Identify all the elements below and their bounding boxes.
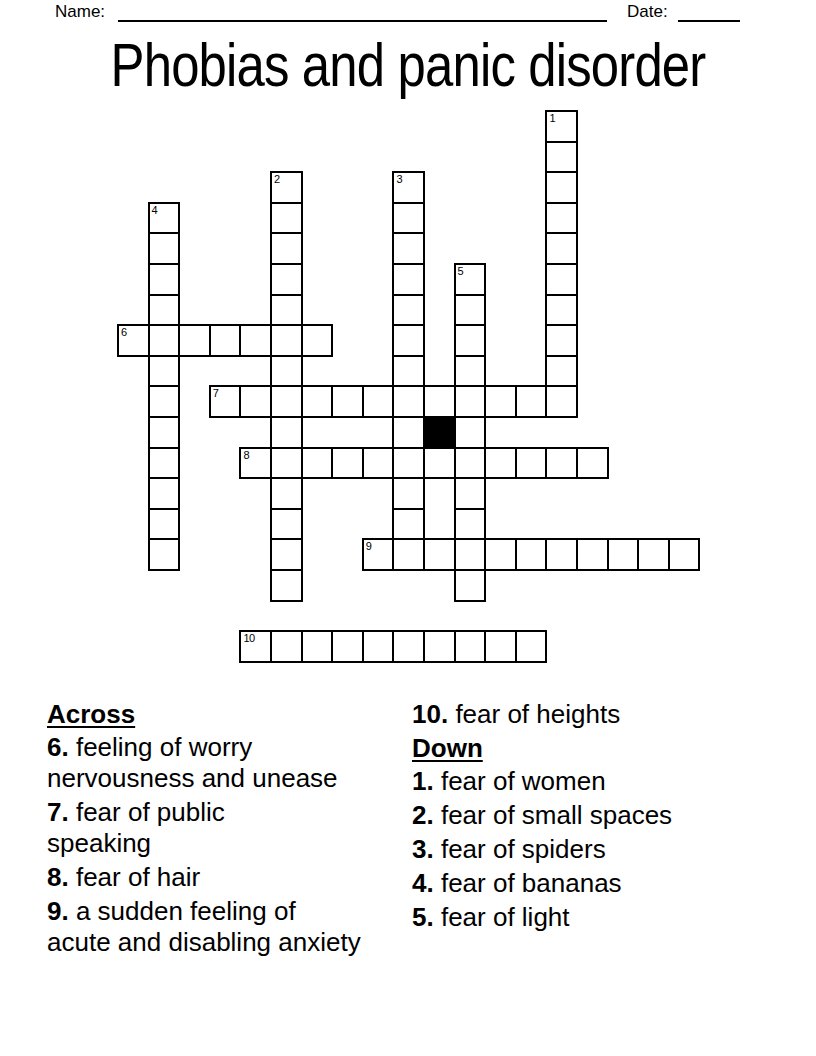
grid-cell-r7-c11[interactable] bbox=[454, 324, 487, 357]
clue-item-number: 8. bbox=[47, 862, 69, 892]
grid-cell-r7-c6[interactable] bbox=[301, 324, 334, 357]
grid-cell-r7-c5[interactable] bbox=[270, 324, 303, 357]
grid-cell-r11-c13[interactable] bbox=[515, 447, 548, 480]
clue-number-6: 6 bbox=[121, 326, 127, 339]
clue-number-2: 2 bbox=[274, 173, 280, 186]
clue-number-1: 1 bbox=[549, 112, 555, 125]
grid-cell-r7-c0[interactable]: 6 bbox=[117, 324, 150, 357]
clue-item-number: 7. bbox=[47, 797, 69, 827]
grid-cell-r10-c11[interactable] bbox=[454, 416, 487, 449]
grid-cell-r17-c7[interactable] bbox=[331, 630, 364, 663]
across-heading: Across bbox=[47, 699, 413, 730]
grid-cell-r14-c11[interactable] bbox=[454, 538, 487, 571]
grid-cell-r6-c11[interactable] bbox=[454, 294, 487, 327]
grid-cell-r13-c9[interactable] bbox=[392, 508, 425, 541]
clues-column-right: 10. fear of heights Down 1. fear of wome… bbox=[412, 699, 796, 936]
grid-cell-r17-c11[interactable] bbox=[454, 630, 487, 663]
grid-cell-r7-c2[interactable] bbox=[178, 324, 211, 357]
date-label: Date: bbox=[627, 2, 668, 22]
grid-cell-r9-c7[interactable] bbox=[331, 385, 364, 418]
grid-cell-r9-c1[interactable] bbox=[148, 385, 181, 418]
grid-cell-r5-c5[interactable] bbox=[270, 263, 303, 296]
clues-column-left: Across 6. feeling of worrynervousness an… bbox=[47, 699, 413, 961]
grid-cell-r7-c4[interactable] bbox=[239, 324, 272, 357]
clue-item-number: 4. bbox=[412, 868, 434, 898]
grid-cell-r17-c4[interactable]: 10 bbox=[239, 630, 272, 663]
grid-cell-r9-c13[interactable] bbox=[515, 385, 548, 418]
grid-cell-r12-c1[interactable] bbox=[148, 477, 181, 510]
clue-item-number: 5. bbox=[412, 902, 434, 932]
grid-cell-r3-c1[interactable]: 4 bbox=[148, 202, 181, 235]
grid-cell-r10-c1[interactable] bbox=[148, 416, 181, 449]
page-title: Phobias and panic disorder bbox=[73, 33, 742, 97]
grid-cell-r2-c14[interactable] bbox=[545, 171, 578, 204]
grid-cell-r9-c8[interactable] bbox=[362, 385, 395, 418]
grid-cell-r6-c1[interactable] bbox=[148, 294, 181, 327]
grid-cell-r6-c14[interactable] bbox=[545, 294, 578, 327]
grid-cell-r17-c8[interactable] bbox=[362, 630, 395, 663]
clue-item-number: 9. bbox=[47, 896, 69, 926]
grid-cell-r13-c11[interactable] bbox=[454, 508, 487, 541]
clue-number-10: 10 bbox=[243, 632, 254, 645]
across-clue-list-continued: 10. fear of heights bbox=[412, 699, 796, 730]
down-heading: Down bbox=[412, 733, 796, 764]
clue-number-4: 4 bbox=[152, 204, 158, 217]
grid-cell-r11-c10[interactable] bbox=[423, 447, 456, 480]
grid-cell-r11-c1[interactable] bbox=[148, 447, 181, 480]
clue-item-9: 9. a sudden feeling ofacute and disablin… bbox=[47, 896, 413, 958]
grid-cell-r3-c14[interactable] bbox=[545, 202, 578, 235]
across-clue-list: 6. feeling of worrynervousness and uneas… bbox=[47, 732, 413, 958]
grid-cell-r14-c18[interactable] bbox=[668, 538, 701, 571]
grid-cell-r11-c8[interactable] bbox=[362, 447, 395, 480]
crossword-board: 12345678910 bbox=[117, 110, 701, 663]
grid-cell-r10-c5[interactable] bbox=[270, 416, 303, 449]
grid-cell-r14-c14[interactable] bbox=[545, 538, 578, 571]
clue-item-number: 6. bbox=[47, 732, 69, 762]
clue-item-7: 7. fear of publicspeaking bbox=[47, 797, 413, 859]
date-fill-line bbox=[678, 1, 740, 22]
clue-item-number: 10. bbox=[412, 699, 448, 729]
clue-item-4: 4. fear of bananas bbox=[412, 868, 796, 899]
grid-cell-r14-c15[interactable] bbox=[576, 538, 609, 571]
black-cell bbox=[423, 416, 456, 449]
grid-cell-r12-c11[interactable] bbox=[454, 477, 487, 510]
clue-item-2: 2. fear of small spaces bbox=[412, 800, 796, 831]
grid-cell-r11-c15[interactable] bbox=[576, 447, 609, 480]
grid-cell-r3-c9[interactable] bbox=[392, 202, 425, 235]
grid-cell-r14-c9[interactable] bbox=[392, 538, 425, 571]
grid-cell-r4-c5[interactable] bbox=[270, 232, 303, 265]
grid-cell-r15-c5[interactable] bbox=[270, 569, 303, 602]
grid-cell-r17-c6[interactable] bbox=[301, 630, 334, 663]
grid-cell-r5-c1[interactable] bbox=[148, 263, 181, 296]
grid-cell-r14-c1[interactable] bbox=[148, 538, 181, 571]
clue-number-7: 7 bbox=[213, 387, 219, 400]
grid-cell-r11-c7[interactable] bbox=[331, 447, 364, 480]
grid-cell-r11-c12[interactable] bbox=[484, 447, 517, 480]
grid-cell-r9-c11[interactable] bbox=[454, 385, 487, 418]
clue-number-3: 3 bbox=[396, 173, 402, 186]
grid-cell-r3-c5[interactable] bbox=[270, 202, 303, 235]
grid-cell-r17-c13[interactable] bbox=[515, 630, 548, 663]
clue-item-10: 10. fear of heights bbox=[412, 699, 796, 730]
clue-item-number: 1. bbox=[412, 766, 434, 796]
grid-cell-r17-c5[interactable] bbox=[270, 630, 303, 663]
grid-cell-r11-c11[interactable] bbox=[454, 447, 487, 480]
grid-cell-r14-c5[interactable] bbox=[270, 538, 303, 571]
clue-item-number: 2. bbox=[412, 800, 434, 830]
grid-cell-r9-c9[interactable] bbox=[392, 385, 425, 418]
clue-number-9: 9 bbox=[366, 540, 372, 553]
grid-cell-r9-c10[interactable] bbox=[423, 385, 456, 418]
clue-item-3: 3. fear of spiders bbox=[412, 834, 796, 865]
grid-cell-r11-c4[interactable]: 8 bbox=[239, 447, 272, 480]
grid-cell-r9-c4[interactable] bbox=[239, 385, 272, 418]
grid-cell-r17-c12[interactable] bbox=[484, 630, 517, 663]
grid-cell-r14-c8[interactable]: 9 bbox=[362, 538, 395, 571]
grid-cell-r7-c1[interactable] bbox=[148, 324, 181, 357]
grid-cell-r2-c9[interactable]: 3 bbox=[392, 171, 425, 204]
grid-cell-r7-c9[interactable] bbox=[392, 324, 425, 357]
grid-cell-r11-c14[interactable] bbox=[545, 447, 578, 480]
grid-cell-r8-c1[interactable] bbox=[148, 355, 181, 388]
grid-cell-r11-c9[interactable] bbox=[392, 447, 425, 480]
grid-cell-r7-c14[interactable] bbox=[545, 324, 578, 357]
grid-cell-r4-c9[interactable] bbox=[392, 232, 425, 265]
grid-cell-r9-c3[interactable]: 7 bbox=[209, 385, 242, 418]
grid-cell-r8-c5[interactable] bbox=[270, 355, 303, 388]
grid-cell-r7-c3[interactable] bbox=[209, 324, 242, 357]
name-fill-line bbox=[118, 1, 607, 22]
clue-number-8: 8 bbox=[243, 449, 249, 462]
grid-cell-r14-c17[interactable] bbox=[637, 538, 670, 571]
grid-cell-r9-c14[interactable] bbox=[545, 385, 578, 418]
grid-cell-r14-c10[interactable] bbox=[423, 538, 456, 571]
clue-item-5: 5. fear of light bbox=[412, 902, 796, 933]
grid-cell-r14-c12[interactable] bbox=[484, 538, 517, 571]
grid-cell-r4-c1[interactable] bbox=[148, 232, 181, 265]
grid-cell-r15-c11[interactable] bbox=[454, 569, 487, 602]
grid-cell-r6-c9[interactable] bbox=[392, 294, 425, 327]
grid-cell-r0-c14[interactable]: 1 bbox=[545, 110, 578, 143]
clue-item-6: 6. feeling of worrynervousness and uneas… bbox=[47, 732, 413, 794]
grid-cell-r5-c14[interactable] bbox=[545, 263, 578, 296]
grid-cell-r8-c14[interactable] bbox=[545, 355, 578, 388]
grid-cell-r8-c9[interactable] bbox=[392, 355, 425, 388]
grid-cell-r8-c11[interactable] bbox=[454, 355, 487, 388]
clue-item-1: 1. fear of women bbox=[412, 766, 796, 797]
grid-cell-r14-c16[interactable] bbox=[607, 538, 640, 571]
clue-item-number: 3. bbox=[412, 834, 434, 864]
grid-cell-r10-c9[interactable] bbox=[392, 416, 425, 449]
name-label: Name: bbox=[55, 2, 105, 22]
grid-cell-r17-c10[interactable] bbox=[423, 630, 456, 663]
grid-cell-r11-c5[interactable] bbox=[270, 447, 303, 480]
grid-cell-r2-c5[interactable]: 2 bbox=[270, 171, 303, 204]
grid-cell-r6-c5[interactable] bbox=[270, 294, 303, 327]
grid-cell-r5-c9[interactable] bbox=[392, 263, 425, 296]
grid-cell-r9-c12[interactable] bbox=[484, 385, 517, 418]
clue-number-5: 5 bbox=[458, 265, 464, 278]
grid-cell-r14-c13[interactable] bbox=[515, 538, 548, 571]
down-clue-list: 1. fear of women2. fear of small spaces3… bbox=[412, 766, 796, 933]
grid-cell-r17-c9[interactable] bbox=[392, 630, 425, 663]
grid-cell-r13-c5[interactable] bbox=[270, 508, 303, 541]
grid-cell-r13-c1[interactable] bbox=[148, 508, 181, 541]
grid-cell-r9-c6[interactable] bbox=[301, 385, 334, 418]
grid-cell-r12-c9[interactable] bbox=[392, 477, 425, 510]
grid-cell-r5-c11[interactable]: 5 bbox=[454, 263, 487, 296]
grid-cell-r11-c6[interactable] bbox=[301, 447, 334, 480]
grid-cell-r4-c14[interactable] bbox=[545, 232, 578, 265]
grid-cell-r1-c14[interactable] bbox=[545, 141, 578, 174]
clue-item-8: 8. fear of hair bbox=[47, 862, 413, 893]
grid-cell-r9-c5[interactable] bbox=[270, 385, 303, 418]
grid-cell-r12-c5[interactable] bbox=[270, 477, 303, 510]
